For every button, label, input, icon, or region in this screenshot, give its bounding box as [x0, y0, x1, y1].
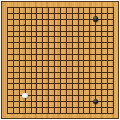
grid-line-vertical	[113, 7, 114, 114]
grid-line-vertical	[83, 7, 84, 114]
go-board[interactable]	[0, 0, 120, 120]
grid-line-horizontal	[7, 113, 114, 114]
grid-line-horizontal	[7, 89, 114, 90]
grid-line-horizontal	[7, 83, 114, 84]
grid-line-vertical	[78, 7, 79, 114]
grid-line-vertical	[66, 7, 67, 114]
grid-line-vertical	[89, 7, 90, 114]
grid-line-vertical	[101, 7, 102, 114]
grid-line-horizontal	[7, 66, 114, 67]
grid-line-horizontal	[7, 72, 114, 73]
grid-line-vertical	[107, 7, 108, 114]
grid-line-vertical	[72, 7, 73, 114]
grid-line-horizontal	[7, 107, 114, 108]
grid-line-horizontal	[7, 78, 114, 79]
